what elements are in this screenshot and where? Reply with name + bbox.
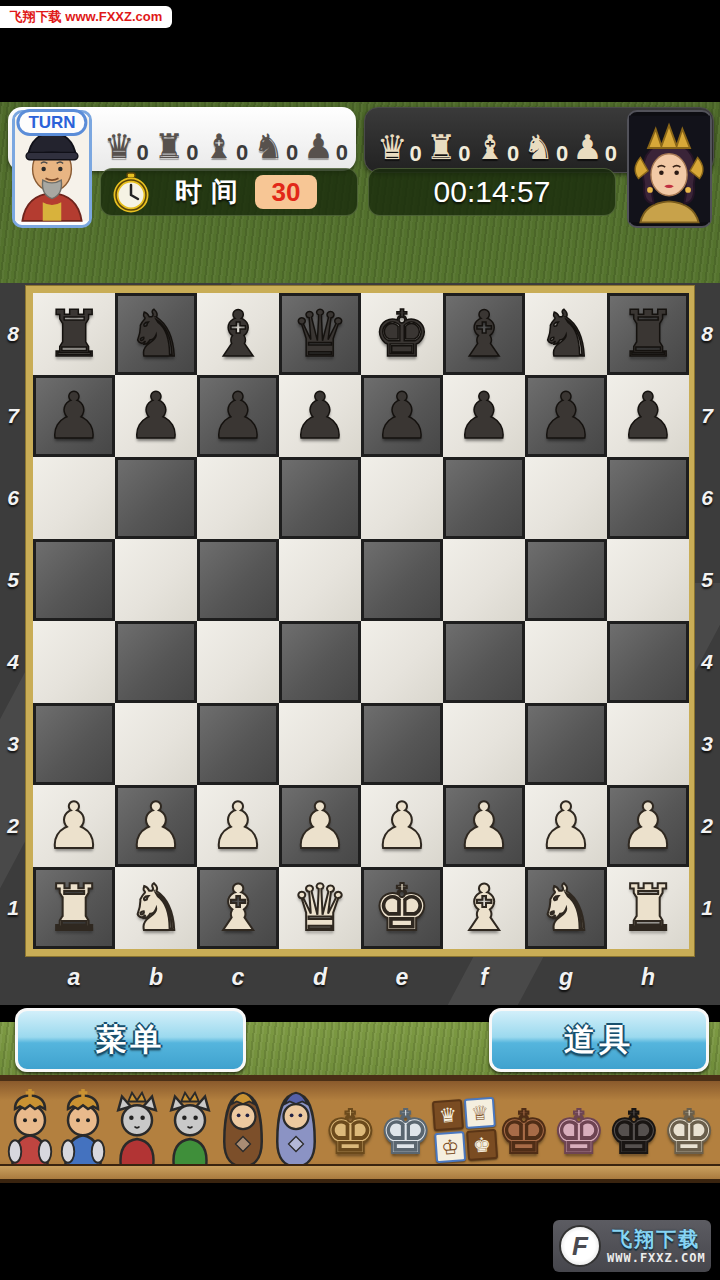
square-f2[interactable]: ♟ [443,785,525,867]
piece-skin-items: ♚♚♛♕♔♚♚♚♚♚ [4,1085,716,1169]
piece-white-rook[interactable]: ♜ [45,869,102,947]
square-a2[interactable]: ♟ [33,785,115,867]
board-zone: 87654321 87654321 ♜♞♝♛♚♝♞♜♟♟♟♟♟♟♟♟♟♟♟♟♟♟… [0,283,720,1005]
piece-white-queen[interactable]: ♛ [291,869,348,947]
square-e5[interactable] [361,539,443,621]
square-c8[interactable]: ♝ [197,293,279,375]
piece-black-pawn[interactable]: ♟ [291,377,348,455]
square-f3[interactable] [443,703,525,785]
square-c2[interactable]: ♟ [197,785,279,867]
piece-black-pawn[interactable]: ♟ [537,377,594,455]
piece-white-pawn[interactable]: ♟ [619,787,676,865]
square-c3[interactable] [197,703,279,785]
file-label-g: g [525,955,607,999]
captured-knight-counter: ♞0 [523,127,568,167]
fxxz-url: WWW.FXXZ.COM [607,1251,706,1265]
captured-rook-counter: ♜0 [426,127,471,167]
fxxz-watermark: F 飞翔下载 WWW.FXXZ.COM [553,1220,711,1272]
piece-black-pawn[interactable]: ♟ [45,377,102,455]
skin-piece-pink[interactable]: ♚ [552,1087,606,1169]
square-f4[interactable] [443,621,525,703]
total-timer-box: 00:14:57 [368,168,616,216]
rank-label-5: 5 [694,539,720,621]
file-label-b: b [115,955,197,999]
square-e1[interactable]: ♚ [361,867,443,949]
square-c4[interactable] [197,621,279,703]
props-button[interactable]: 道具 [489,1008,709,1072]
shelf-front-edge [0,1164,720,1179]
file-label-d: d [279,955,361,999]
piece-black-bishop[interactable]: ♝ [209,295,266,373]
square-f1[interactable]: ♝ [443,867,525,949]
square-h6[interactable] [607,457,689,539]
square-g4[interactable] [525,621,607,703]
total-timer-value: 00:14:57 [434,175,551,209]
captured-rook-counter: ♜0 [154,126,199,166]
rank-label-1: 1 [0,867,26,949]
square-b3[interactable] [115,703,197,785]
black-captured-counters: ♛0♜0♝0♞0♟0 [104,112,348,166]
rank-label-1: 1 [694,867,720,949]
rank-label-3: 3 [0,703,26,785]
piece-white-pawn[interactable]: ♟ [373,787,430,865]
square-f5[interactable] [443,539,525,621]
black-player-avatar: TURN [12,110,92,228]
square-e3[interactable] [361,703,443,785]
knight-icon: ♞ [253,126,283,166]
square-h3[interactable] [607,703,689,785]
piece-white-rook[interactable]: ♜ [619,869,676,947]
move-timer-chip: 30 [255,175,317,209]
skin-king-red[interactable] [4,1087,56,1169]
props-button-label: 道具 [564,1019,634,1061]
square-d4[interactable] [279,621,361,703]
piece-black-rook[interactable]: ♜ [619,295,676,373]
captured-queen-counter: ♛0 [104,126,149,166]
skin-piece-bronze[interactable]: ♚ [497,1087,551,1169]
piece-black-knight[interactable]: ♞ [127,295,184,373]
piece-black-knight[interactable]: ♞ [537,295,594,373]
skin-cat-red[interactable] [111,1087,163,1169]
square-e4[interactable] [361,621,443,703]
rank-label-5: 5 [0,539,26,621]
fxxz-title: 飞翔下载 [612,1227,700,1251]
square-c1[interactable]: ♝ [197,867,279,949]
piece-black-pawn[interactable]: ♟ [455,377,512,455]
square-d3[interactable] [279,703,361,785]
knight-icon: ♞ [523,127,553,167]
pawn-icon: ♟ [572,127,602,167]
captured-queen-counter: ♛0 [377,127,422,167]
queen-icon: ♛ [104,126,134,166]
white-captured-counters: ♛0♜0♝0♞0♟0 [377,113,617,167]
square-b7[interactable]: ♟ [115,375,197,457]
captured-pawn-counter: ♟0 [572,127,617,167]
bishop-icon: ♝ [475,127,505,167]
rook-icon: ♜ [154,126,184,166]
empress-avatar-art [629,112,710,226]
square-g3[interactable] [525,703,607,785]
square-g6[interactable] [525,457,607,539]
rank-label-4: 4 [0,621,26,703]
rank-label-8: 8 [0,293,26,375]
square-a5[interactable] [33,539,115,621]
rank-label-2: 2 [0,785,26,867]
piece-white-pawn[interactable]: ♟ [209,787,266,865]
menu-button[interactable]: 菜单 [15,1008,246,1072]
rank-label-2: 2 [694,785,720,867]
skin-piece-black[interactable]: ♚ [607,1087,661,1169]
piece-white-pawn[interactable]: ♟ [127,787,184,865]
square-b4[interactable] [115,621,197,703]
square-b8[interactable]: ♞ [115,293,197,375]
piece-white-pawn[interactable]: ♟ [291,787,348,865]
menu-button-label: 菜单 [96,1019,166,1061]
rank-labels-right: 87654321 [694,293,720,949]
square-a1[interactable]: ♜ [33,867,115,949]
skin-cat-green[interactable] [164,1087,216,1169]
rank-label-6: 6 [0,457,26,539]
chess-board: ♜♞♝♛♚♝♞♜♟♟♟♟♟♟♟♟♟♟♟♟♟♟♟♟♜♞♝♛♚♝♞♜ [33,293,689,949]
square-h2[interactable]: ♟ [607,785,689,867]
piece-black-rook[interactable]: ♜ [45,295,102,373]
square-e7[interactable]: ♟ [361,375,443,457]
piece-white-pawn[interactable]: ♟ [455,787,512,865]
piece-white-bishop[interactable]: ♝ [209,869,266,947]
move-timer-box: 时间 30 [100,168,358,216]
square-h8[interactable]: ♜ [607,293,689,375]
file-label-h: h [607,955,689,999]
move-timer-label: 时间 [175,174,247,210]
fxxz-logo-icon: F [559,1225,601,1267]
square-d8[interactable]: ♛ [279,293,361,375]
square-h4[interactable] [607,621,689,703]
square-h5[interactable] [607,539,689,621]
square-g1[interactable]: ♞ [525,867,607,949]
square-b6[interactable] [115,457,197,539]
piece-white-knight[interactable]: ♞ [537,869,594,947]
square-g8[interactable]: ♞ [525,293,607,375]
piece-black-pawn[interactable]: ♟ [209,377,266,455]
square-a4[interactable] [33,621,115,703]
square-d5[interactable] [279,539,361,621]
rank-label-7: 7 [694,375,720,457]
square-d2[interactable]: ♟ [279,785,361,867]
skin-flat-cards[interactable]: ♛♕♔♚ [434,1087,496,1169]
piece-black-queen[interactable]: ♛ [291,295,348,373]
square-g2[interactable]: ♟ [525,785,607,867]
rank-label-3: 3 [694,703,720,785]
square-f8[interactable]: ♝ [443,293,525,375]
skin-king-blue[interactable] [57,1087,109,1169]
piece-black-pawn[interactable]: ♟ [619,377,676,455]
rank-label-7: 7 [0,375,26,457]
square-d7[interactable]: ♟ [279,375,361,457]
skin-doll-blue[interactable] [270,1087,322,1169]
skin-piece-gold[interactable]: ♚ [324,1087,378,1169]
skin-doll-brown[interactable] [217,1087,269,1169]
square-f7[interactable]: ♟ [443,375,525,457]
square-e8[interactable]: ♚ [361,293,443,375]
square-e2[interactable]: ♟ [361,785,443,867]
piece-white-king[interactable]: ♚ [373,869,430,947]
square-h7[interactable]: ♟ [607,375,689,457]
move-timer-value: 30 [272,177,301,208]
piece-white-bishop[interactable]: ♝ [455,869,512,947]
square-h1[interactable]: ♜ [607,867,689,949]
square-g7[interactable]: ♟ [525,375,607,457]
top-ad-banner-text: 飞翔下载 www.FXXZ.com [10,8,163,26]
skin-piece-ivory[interactable]: ♚ [662,1087,716,1169]
piece-black-king[interactable]: ♚ [373,295,430,373]
rank-label-6: 6 [694,457,720,539]
piece-skin-shelf: ♚♚♛♕♔♚♚♚♚♚ [0,1075,720,1183]
stopwatch-icon [113,171,149,213]
queen-icon: ♛ [377,127,407,167]
square-d1[interactable]: ♛ [279,867,361,949]
square-d6[interactable] [279,457,361,539]
square-g5[interactable] [525,539,607,621]
piece-white-knight[interactable]: ♞ [127,869,184,947]
skin-piece-silver[interactable]: ♚ [379,1087,433,1169]
piece-white-pawn[interactable]: ♟ [45,787,102,865]
pawn-icon: ♟ [303,126,333,166]
rook-icon: ♜ [426,127,456,167]
file-labels: abcdefgh [33,955,689,999]
piece-white-pawn[interactable]: ♟ [537,787,594,865]
captured-bishop-counter: ♝0 [204,126,249,166]
piece-black-pawn[interactable]: ♟ [373,377,430,455]
bishop-icon: ♝ [204,126,234,166]
file-label-e: e [361,955,443,999]
square-b1[interactable]: ♞ [115,867,197,949]
white-player-avatar [627,110,712,228]
top-ad-banner[interactable]: 飞翔下载 www.FXXZ.com [0,6,172,28]
app-screen: 飞翔下载 www.FXXZ.com ♛0♜0♝0♞0♟0 TURN ♛0♜0♝0… [0,0,720,1280]
rank-label-4: 4 [694,621,720,703]
file-label-c: c [197,955,279,999]
square-b2[interactable]: ♟ [115,785,197,867]
square-c7[interactable]: ♟ [197,375,279,457]
captured-pawn-counter: ♟0 [303,126,348,166]
square-a6[interactable] [33,457,115,539]
piece-black-pawn[interactable]: ♟ [127,377,184,455]
square-a8[interactable]: ♜ [33,293,115,375]
captured-bishop-counter: ♝0 [475,127,520,167]
square-f6[interactable] [443,457,525,539]
file-label-a: a [33,955,115,999]
square-b5[interactable] [115,539,197,621]
captured-knight-counter: ♞0 [253,126,298,166]
square-e6[interactable] [361,457,443,539]
square-a3[interactable] [33,703,115,785]
rank-labels-left: 87654321 [0,293,26,949]
square-a7[interactable]: ♟ [33,375,115,457]
turn-badge: TURN [16,109,87,136]
square-c6[interactable] [197,457,279,539]
square-c5[interactable] [197,539,279,621]
rank-label-8: 8 [694,293,720,375]
file-label-f: f [443,955,525,999]
piece-black-bishop[interactable]: ♝ [455,295,512,373]
